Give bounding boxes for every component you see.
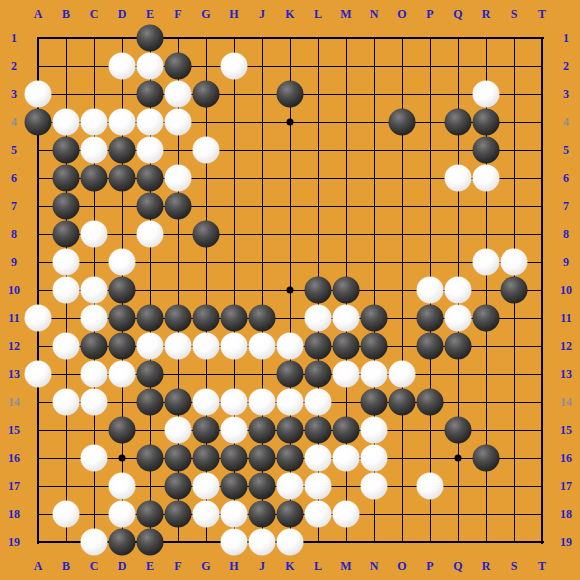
stone-black-N12	[361, 333, 388, 360]
stone-white-L16	[305, 445, 332, 472]
stone-black-L15	[305, 417, 332, 444]
stone-black-H16	[221, 445, 248, 472]
stone-black-Q12	[445, 333, 472, 360]
stone-white-D9	[109, 249, 136, 276]
col-label-top-P: P	[426, 8, 433, 20]
stone-black-B6	[53, 165, 80, 192]
stone-black-D5	[109, 137, 136, 164]
stone-white-H14	[221, 389, 248, 416]
col-label-bottom-P: P	[426, 560, 433, 572]
row-label-right-7: 7	[563, 200, 569, 212]
stone-white-K19	[277, 529, 304, 556]
stone-black-D10	[109, 277, 136, 304]
stone-white-F12	[165, 333, 192, 360]
stone-white-P10	[417, 277, 444, 304]
stone-white-B12	[53, 333, 80, 360]
col-label-top-E: E	[146, 8, 154, 20]
col-label-bottom-G: G	[201, 560, 210, 572]
stone-white-B4	[53, 109, 80, 136]
stone-black-K18	[277, 501, 304, 528]
stone-black-G8	[193, 221, 220, 248]
stone-white-C14	[81, 389, 108, 416]
row-label-left-18: 18	[8, 508, 20, 520]
star-point-K10	[287, 287, 294, 294]
row-label-left-7: 7	[11, 200, 17, 212]
stone-white-A13	[25, 361, 52, 388]
stone-white-Q10	[445, 277, 472, 304]
stone-black-R5	[473, 137, 500, 164]
stone-black-C6	[81, 165, 108, 192]
col-label-bottom-C: C	[90, 560, 99, 572]
stone-black-M12	[333, 333, 360, 360]
stone-white-M18	[333, 501, 360, 528]
stone-white-D2	[109, 53, 136, 80]
stone-black-D12	[109, 333, 136, 360]
stone-white-E5	[137, 137, 164, 164]
stone-white-R6	[473, 165, 500, 192]
row-label-right-12: 12	[560, 340, 572, 352]
row-label-left-4: 4	[11, 116, 17, 128]
stone-white-L11	[305, 305, 332, 332]
stone-white-H18	[221, 501, 248, 528]
stone-black-B5	[53, 137, 80, 164]
stone-white-G18	[193, 501, 220, 528]
col-label-bottom-L: L	[314, 560, 322, 572]
stone-white-C16	[81, 445, 108, 472]
stone-white-D17	[109, 473, 136, 500]
col-label-top-F: F	[174, 8, 181, 20]
stone-black-E1	[137, 25, 164, 52]
stone-black-J17	[249, 473, 276, 500]
stone-white-K17	[277, 473, 304, 500]
stone-black-H11	[221, 305, 248, 332]
row-label-left-10: 10	[8, 284, 20, 296]
stone-black-E14	[137, 389, 164, 416]
stone-black-R4	[473, 109, 500, 136]
col-label-bottom-E: E	[146, 560, 154, 572]
col-label-top-Q: Q	[453, 8, 462, 20]
stone-white-H19	[221, 529, 248, 556]
col-label-bottom-M: M	[340, 560, 351, 572]
row-label-right-4: 4	[563, 116, 569, 128]
col-label-bottom-A: A	[34, 560, 43, 572]
stone-black-L10	[305, 277, 332, 304]
stone-black-J18	[249, 501, 276, 528]
col-label-top-O: O	[397, 8, 406, 20]
col-label-top-M: M	[340, 8, 351, 20]
stone-black-D11	[109, 305, 136, 332]
stone-white-F15	[165, 417, 192, 444]
col-label-top-N: N	[370, 8, 379, 20]
stone-black-F18	[165, 501, 192, 528]
stone-black-O14	[389, 389, 416, 416]
stone-white-M16	[333, 445, 360, 472]
stone-black-A4	[25, 109, 52, 136]
stone-black-E16	[137, 445, 164, 472]
stone-white-B10	[53, 277, 80, 304]
row-label-right-1: 1	[563, 32, 569, 44]
stone-white-K14	[277, 389, 304, 416]
stone-black-M15	[333, 417, 360, 444]
row-label-right-6: 6	[563, 172, 569, 184]
stone-black-N14	[361, 389, 388, 416]
stone-black-F7	[165, 193, 192, 220]
stone-white-E8	[137, 221, 164, 248]
stone-white-C8	[81, 221, 108, 248]
stone-white-F3	[165, 81, 192, 108]
stone-white-G12	[193, 333, 220, 360]
stone-black-Q4	[445, 109, 472, 136]
stone-white-N17	[361, 473, 388, 500]
stone-black-E6	[137, 165, 164, 192]
row-label-left-2: 2	[11, 60, 17, 72]
stone-white-J14	[249, 389, 276, 416]
star-point-K4	[287, 119, 294, 126]
stone-white-N16	[361, 445, 388, 472]
stone-black-G3	[193, 81, 220, 108]
col-label-top-R: R	[482, 8, 491, 20]
row-label-left-1: 1	[11, 32, 17, 44]
stone-white-E12	[137, 333, 164, 360]
stone-black-G11	[193, 305, 220, 332]
stone-white-M13	[333, 361, 360, 388]
row-label-right-17: 17	[560, 480, 572, 492]
row-label-right-9: 9	[563, 256, 569, 268]
row-label-right-16: 16	[560, 452, 572, 464]
col-label-top-K: K	[285, 8, 294, 20]
stone-white-G5	[193, 137, 220, 164]
grid-line-vertical	[541, 37, 543, 544]
stone-black-E3	[137, 81, 164, 108]
stone-white-Q11	[445, 305, 472, 332]
go-board[interactable]: AABBCCDDEEFFGGHHJJKKLLMMNNOOPPQQRRSSTT11…	[0, 0, 580, 580]
col-label-bottom-O: O	[397, 560, 406, 572]
stone-black-F14	[165, 389, 192, 416]
stone-black-K16	[277, 445, 304, 472]
row-label-left-9: 9	[11, 256, 17, 268]
col-label-bottom-S: S	[511, 560, 518, 572]
stone-black-K13	[277, 361, 304, 388]
row-label-left-17: 17	[8, 480, 20, 492]
stone-black-E7	[137, 193, 164, 220]
row-label-left-5: 5	[11, 144, 17, 156]
stone-white-D18	[109, 501, 136, 528]
stone-white-J19	[249, 529, 276, 556]
row-label-right-8: 8	[563, 228, 569, 240]
stone-white-O13	[389, 361, 416, 388]
stone-white-L17	[305, 473, 332, 500]
row-label-left-15: 15	[8, 424, 20, 436]
stone-white-R9	[473, 249, 500, 276]
col-label-top-T: T	[538, 8, 546, 20]
row-label-left-12: 12	[8, 340, 20, 352]
col-label-top-S: S	[511, 8, 518, 20]
stone-white-E2	[137, 53, 164, 80]
stone-white-H2	[221, 53, 248, 80]
stone-white-S9	[501, 249, 528, 276]
stone-white-M11	[333, 305, 360, 332]
stone-black-S10	[501, 277, 528, 304]
stone-black-H17	[221, 473, 248, 500]
col-label-top-D: D	[118, 8, 127, 20]
col-label-bottom-K: K	[285, 560, 294, 572]
stone-white-H12	[221, 333, 248, 360]
row-label-right-10: 10	[560, 284, 572, 296]
row-label-left-6: 6	[11, 172, 17, 184]
stone-black-E13	[137, 361, 164, 388]
stone-white-A3	[25, 81, 52, 108]
col-label-top-H: H	[229, 8, 238, 20]
stone-black-R16	[473, 445, 500, 472]
stone-white-B9	[53, 249, 80, 276]
col-label-top-L: L	[314, 8, 322, 20]
col-label-top-A: A	[34, 8, 43, 20]
row-label-right-5: 5	[563, 144, 569, 156]
stone-white-C4	[81, 109, 108, 136]
stone-black-M10	[333, 277, 360, 304]
stone-white-B14	[53, 389, 80, 416]
stone-black-L12	[305, 333, 332, 360]
stone-white-C10	[81, 277, 108, 304]
stone-black-G15	[193, 417, 220, 444]
stone-black-F2	[165, 53, 192, 80]
stone-black-P14	[417, 389, 444, 416]
row-label-left-3: 3	[11, 88, 17, 100]
stone-black-F16	[165, 445, 192, 472]
stone-black-J15	[249, 417, 276, 444]
stone-white-C13	[81, 361, 108, 388]
col-label-top-G: G	[201, 8, 210, 20]
stone-white-G17	[193, 473, 220, 500]
col-label-bottom-H: H	[229, 560, 238, 572]
stone-black-Q15	[445, 417, 472, 444]
col-label-bottom-F: F	[174, 560, 181, 572]
row-label-right-15: 15	[560, 424, 572, 436]
row-label-left-8: 8	[11, 228, 17, 240]
row-label-right-13: 13	[560, 368, 572, 380]
stone-white-P17	[417, 473, 444, 500]
row-label-left-11: 11	[8, 312, 19, 324]
col-label-top-J: J	[259, 8, 265, 20]
row-label-right-19: 19	[560, 536, 572, 548]
stone-white-C19	[81, 529, 108, 556]
stone-black-E19	[137, 529, 164, 556]
stone-white-N13	[361, 361, 388, 388]
col-label-bottom-R: R	[482, 560, 491, 572]
row-label-left-14: 14	[8, 396, 20, 408]
stone-white-R3	[473, 81, 500, 108]
row-label-left-13: 13	[8, 368, 20, 380]
row-label-left-19: 19	[8, 536, 20, 548]
stone-white-D4	[109, 109, 136, 136]
stone-white-F4	[165, 109, 192, 136]
stone-white-N15	[361, 417, 388, 444]
col-label-bottom-N: N	[370, 560, 379, 572]
stone-black-D15	[109, 417, 136, 444]
stone-black-R11	[473, 305, 500, 332]
stone-black-J16	[249, 445, 276, 472]
stone-white-L18	[305, 501, 332, 528]
row-label-right-2: 2	[563, 60, 569, 72]
col-label-bottom-T: T	[538, 560, 546, 572]
stone-black-G16	[193, 445, 220, 472]
stone-white-A11	[25, 305, 52, 332]
col-label-top-C: C	[90, 8, 99, 20]
stone-white-E4	[137, 109, 164, 136]
row-label-right-11: 11	[560, 312, 571, 324]
stone-black-O4	[389, 109, 416, 136]
stone-black-L13	[305, 361, 332, 388]
stone-white-G14	[193, 389, 220, 416]
row-label-right-3: 3	[563, 88, 569, 100]
stone-black-P12	[417, 333, 444, 360]
stone-black-J11	[249, 305, 276, 332]
stone-white-C11	[81, 305, 108, 332]
stone-black-K15	[277, 417, 304, 444]
col-label-bottom-D: D	[118, 560, 127, 572]
stone-black-E18	[137, 501, 164, 528]
stone-black-B7	[53, 193, 80, 220]
row-label-left-16: 16	[8, 452, 20, 464]
stone-white-K12	[277, 333, 304, 360]
stone-white-H15	[221, 417, 248, 444]
stone-black-F17	[165, 473, 192, 500]
stone-black-K3	[277, 81, 304, 108]
star-point-Q16	[455, 455, 462, 462]
stone-white-F6	[165, 165, 192, 192]
stone-black-C12	[81, 333, 108, 360]
row-label-right-14: 14	[560, 396, 572, 408]
stone-white-C5	[81, 137, 108, 164]
stone-white-L14	[305, 389, 332, 416]
stone-black-N11	[361, 305, 388, 332]
stone-white-J12	[249, 333, 276, 360]
col-label-bottom-J: J	[259, 560, 265, 572]
col-label-top-B: B	[62, 8, 70, 20]
stone-black-D19	[109, 529, 136, 556]
star-point-D16	[119, 455, 126, 462]
col-label-bottom-B: B	[62, 560, 70, 572]
stone-black-E11	[137, 305, 164, 332]
stone-black-B8	[53, 221, 80, 248]
stone-white-Q6	[445, 165, 472, 192]
stone-black-P11	[417, 305, 444, 332]
col-label-bottom-Q: Q	[453, 560, 462, 572]
stone-black-F11	[165, 305, 192, 332]
stone-white-B18	[53, 501, 80, 528]
row-label-right-18: 18	[560, 508, 572, 520]
stone-white-D13	[109, 361, 136, 388]
stone-black-D6	[109, 165, 136, 192]
